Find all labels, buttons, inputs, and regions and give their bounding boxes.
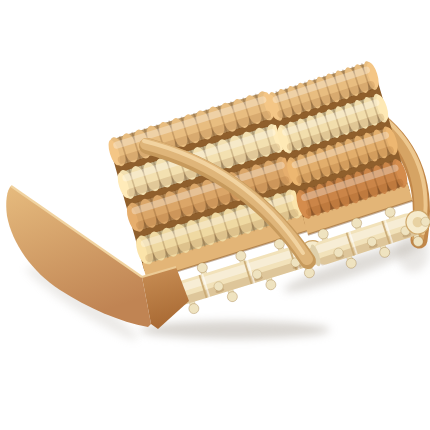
foot-massage-roller-photo bbox=[0, 0, 430, 430]
product-photo-canvas: Wooden dual foot massage roller with rid… bbox=[0, 0, 430, 430]
